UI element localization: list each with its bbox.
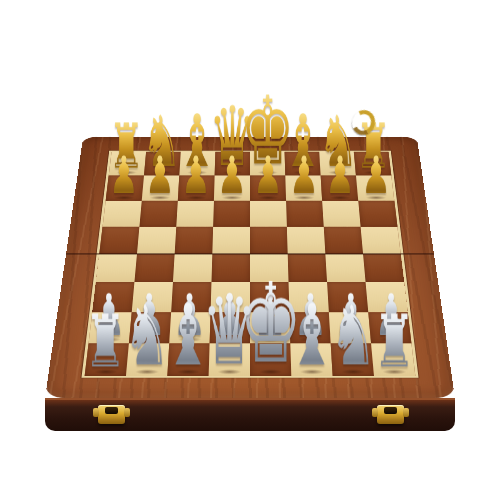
chess-box: ♜♞♝♛♚♝♞♜♟♟♟♟♟♟♟♟♟♟♟♟♟♟♟♟♜♞♝♛♚♝♞♜ — [45, 137, 455, 398]
square-g6 — [322, 201, 360, 227]
square-a6 — [103, 201, 142, 227]
square-a5 — [99, 227, 139, 254]
square-e6 — [250, 201, 287, 227]
square-g5 — [324, 227, 363, 254]
square-b1: ♞ — [126, 343, 169, 376]
box-front-face — [45, 398, 455, 431]
piece-gold-pawn: ♟ — [253, 152, 283, 199]
square-f6 — [286, 201, 324, 227]
square-d7: ♟ — [214, 176, 250, 201]
piece-gold-pawn: ♟ — [289, 152, 319, 199]
square-e7: ♟ — [250, 176, 286, 201]
piece-gold-pawn: ♟ — [181, 152, 211, 199]
square-h7: ♟ — [356, 176, 394, 201]
square-h6 — [358, 201, 397, 227]
square-c5 — [175, 227, 213, 254]
square-c7: ♟ — [178, 176, 215, 201]
square-b5 — [137, 227, 176, 254]
playing-area: ♜♞♝♛♚♝♞♜♟♟♟♟♟♟♟♟♟♟♟♟♟♟♟♟♜♞♝♛♚♝♞♜ — [81, 151, 418, 378]
square-f5 — [287, 227, 325, 254]
board-grid: ♜♞♝♛♚♝♞♜♟♟♟♟♟♟♟♟♟♟♟♟♟♟♟♟♜♞♝♛♚♝♞♜ — [85, 152, 416, 376]
brass-latch-right — [377, 405, 404, 424]
square-b6 — [139, 201, 177, 227]
square-f1: ♝ — [290, 343, 332, 376]
square-h1: ♜ — [371, 343, 415, 376]
latch-slot — [384, 407, 397, 414]
piece-gold-pawn: ♟ — [109, 152, 139, 199]
square-f7: ♟ — [285, 176, 322, 201]
piece-gold-pawn: ♟ — [361, 152, 391, 199]
piece-gold-pawn: ♟ — [145, 152, 175, 199]
piece-silver-rook: ♜ — [374, 307, 416, 374]
square-g7: ♟ — [321, 176, 359, 201]
piece-silver-knight: ♞ — [330, 298, 377, 374]
product-photo: ♜♞♝♛♚♝♞♜♟♟♟♟♟♟♟♟♟♟♟♟♟♟♟♟♜♞♝♛♚♝♞♜ — [0, 0, 500, 500]
square-d6 — [213, 201, 250, 227]
square-d1: ♛ — [209, 343, 250, 376]
piece-silver-rook: ♜ — [85, 307, 127, 374]
square-g1: ♞ — [331, 343, 374, 376]
brass-latch-left — [98, 405, 125, 424]
piece-gold-pawn: ♟ — [325, 152, 355, 199]
square-b7: ♟ — [142, 176, 180, 201]
square-d5 — [212, 227, 250, 254]
piece-silver-queen: ♛ — [202, 286, 257, 375]
piece-gold-pawn: ♟ — [217, 152, 247, 199]
square-c6 — [176, 201, 214, 227]
latch-slot — [105, 407, 118, 414]
square-e5 — [250, 227, 288, 254]
piece-silver-knight: ♞ — [123, 298, 170, 374]
square-a7: ♟ — [106, 176, 144, 201]
square-h5 — [361, 227, 401, 254]
